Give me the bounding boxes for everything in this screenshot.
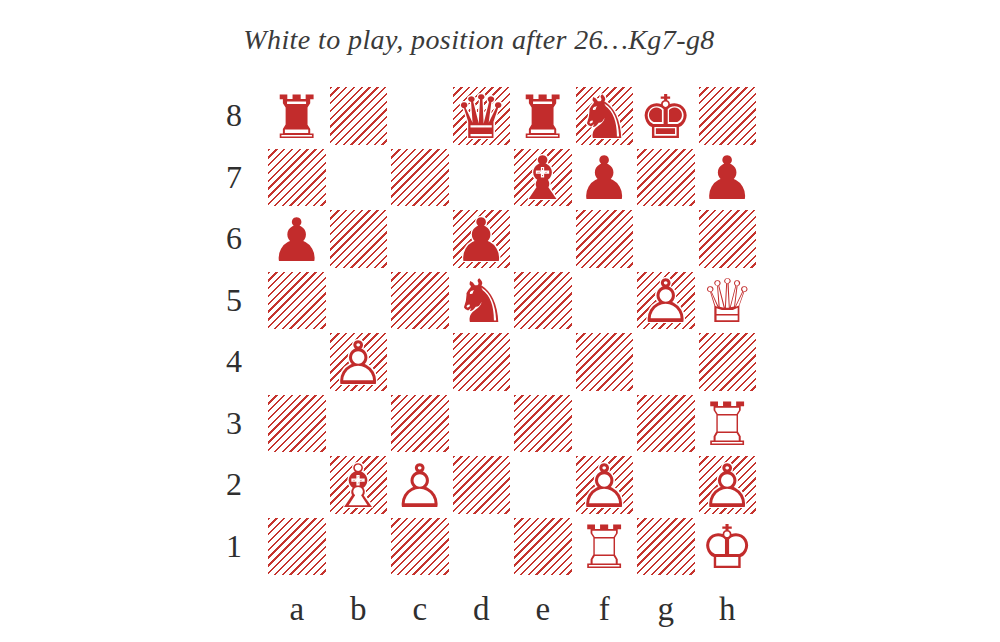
square-b8 xyxy=(328,85,390,147)
chess-diagram-page: White to play, position after 26…Kg7-g8 … xyxy=(0,0,1000,642)
white-bishop: ♗ xyxy=(330,457,388,515)
square-h4 xyxy=(697,331,759,393)
black-rook: ♜ xyxy=(266,86,328,148)
chess-board: ♜♜♛♛♜♜♞♞♚♚♝♝♟♟♟♟♟♟♟♟♞♞♟♙♛♕♟♙♜♖♝♗♟♙♟♙♟♙♜♖… xyxy=(266,85,758,577)
rank-label-1: 1 xyxy=(212,516,256,578)
square-f6 xyxy=(574,208,636,270)
square-a5 xyxy=(266,270,328,332)
file-label-c: c xyxy=(389,586,451,632)
file-label-b: b xyxy=(328,586,390,632)
square-e6 xyxy=(512,208,574,270)
square-c2: ♟♙ xyxy=(389,454,451,516)
square-g6 xyxy=(635,208,697,270)
square-e2 xyxy=(512,454,574,516)
square-b2: ♝♗ xyxy=(328,454,390,516)
black-knight: ♞ xyxy=(451,271,513,333)
white-rook: ♖ xyxy=(574,517,636,579)
square-c5 xyxy=(389,270,451,332)
file-label-e: e xyxy=(512,586,574,632)
square-b1 xyxy=(328,516,390,578)
square-c1 xyxy=(389,516,451,578)
square-g3 xyxy=(635,393,697,455)
black-pawn: ♟ xyxy=(697,148,759,210)
square-h7: ♟♟ xyxy=(697,147,759,209)
square-d2 xyxy=(451,454,513,516)
square-b6 xyxy=(328,208,390,270)
square-h3: ♜♖ xyxy=(697,393,759,455)
square-f5 xyxy=(574,270,636,332)
square-c7 xyxy=(389,147,451,209)
rank-label-4: 4 xyxy=(212,331,256,393)
square-c4 xyxy=(389,331,451,393)
black-bishop: ♝ xyxy=(514,150,572,208)
rank-label-6: 6 xyxy=(212,208,256,270)
square-b5 xyxy=(328,270,390,332)
white-pawn: ♙ xyxy=(637,273,695,331)
square-h8 xyxy=(697,85,759,147)
square-a6: ♟♟ xyxy=(266,208,328,270)
square-g4 xyxy=(635,331,697,393)
white-pawn: ♙ xyxy=(389,455,451,517)
square-e1 xyxy=(512,516,574,578)
file-label-g: g xyxy=(635,586,697,632)
black-pawn: ♟ xyxy=(453,211,511,269)
square-f3 xyxy=(574,393,636,455)
square-g5: ♟♙ xyxy=(635,270,697,332)
rank-label-2: 2 xyxy=(212,454,256,516)
square-h5: ♛♕ xyxy=(697,270,759,332)
white-queen: ♕ xyxy=(697,271,759,333)
square-h1: ♚♔ xyxy=(697,516,759,578)
square-e8: ♜♜ xyxy=(512,85,574,147)
square-a4 xyxy=(266,331,328,393)
square-f2: ♟♙ xyxy=(574,454,636,516)
square-d1 xyxy=(451,516,513,578)
black-king: ♚ xyxy=(635,86,697,148)
square-g2 xyxy=(635,454,697,516)
square-b7 xyxy=(328,147,390,209)
square-b4: ♟♙ xyxy=(328,331,390,393)
diagram-caption: White to play, position after 26…Kg7-g8 xyxy=(243,24,714,56)
square-g8: ♚♚ xyxy=(635,85,697,147)
square-e7: ♝♝ xyxy=(512,147,574,209)
white-pawn: ♙ xyxy=(330,334,388,392)
white-rook: ♖ xyxy=(697,394,759,456)
white-pawn: ♙ xyxy=(699,457,757,515)
file-label-h: h xyxy=(697,586,759,632)
square-d7 xyxy=(451,147,513,209)
square-a1 xyxy=(266,516,328,578)
square-d4 xyxy=(451,331,513,393)
square-f7: ♟♟ xyxy=(574,147,636,209)
square-g1 xyxy=(635,516,697,578)
square-f1: ♜♖ xyxy=(574,516,636,578)
square-d3 xyxy=(451,393,513,455)
rank-label-8: 8 xyxy=(212,85,256,147)
square-c3 xyxy=(389,393,451,455)
file-label-d: d xyxy=(451,586,513,632)
square-d8: ♛♛ xyxy=(451,85,513,147)
square-h6 xyxy=(697,208,759,270)
square-a7 xyxy=(266,147,328,209)
white-pawn: ♙ xyxy=(576,457,634,515)
square-a8: ♜♜ xyxy=(266,85,328,147)
rank-label-5: 5 xyxy=(212,270,256,332)
file-label-f: f xyxy=(574,586,636,632)
rank-label-3: 3 xyxy=(212,393,256,455)
black-knight: ♞ xyxy=(576,88,634,146)
square-c8 xyxy=(389,85,451,147)
square-e5 xyxy=(512,270,574,332)
file-label-a: a xyxy=(266,586,328,632)
square-c6 xyxy=(389,208,451,270)
square-g7 xyxy=(635,147,697,209)
black-rook: ♜ xyxy=(512,86,574,148)
square-b3 xyxy=(328,393,390,455)
white-king: ♔ xyxy=(697,517,759,579)
black-pawn: ♟ xyxy=(266,209,328,271)
square-f8: ♞♞ xyxy=(574,85,636,147)
square-f4 xyxy=(574,331,636,393)
square-a2 xyxy=(266,454,328,516)
square-e3 xyxy=(512,393,574,455)
black-queen: ♛ xyxy=(453,88,511,146)
square-h2: ♟♙ xyxy=(697,454,759,516)
square-d5: ♞♞ xyxy=(451,270,513,332)
rank-label-7: 7 xyxy=(212,147,256,209)
square-e4 xyxy=(512,331,574,393)
square-d6: ♟♟ xyxy=(451,208,513,270)
black-pawn: ♟ xyxy=(574,148,636,210)
square-a3 xyxy=(266,393,328,455)
